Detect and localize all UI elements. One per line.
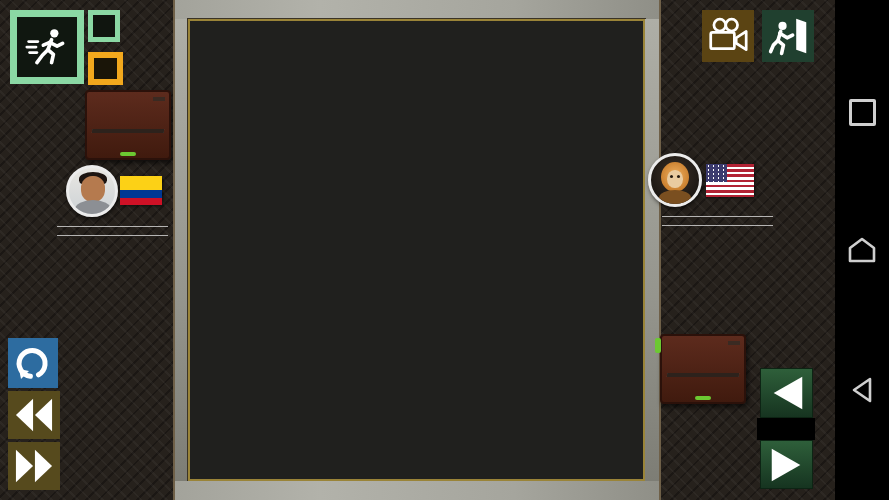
divider — [662, 225, 773, 226]
exit-game-button[interactable] — [762, 10, 814, 62]
rewind-button[interactable] — [8, 391, 60, 439]
chess-board — [173, 0, 661, 500]
android-recents-button[interactable] — [835, 82, 889, 142]
previous-move-icon — [766, 373, 808, 413]
usa-flag — [706, 164, 754, 197]
runner-icon — [25, 25, 69, 69]
fast-forward-button[interactable] — [8, 442, 60, 490]
video-camera-icon — [706, 16, 750, 56]
fast-forward-icon — [13, 447, 55, 485]
black-player-panel — [640, 148, 795, 230]
black-player-avatar[interactable] — [648, 153, 702, 207]
rewind-icon — [13, 396, 55, 434]
previous-move-button[interactable] — [760, 368, 813, 418]
board-ranks-right — [645, 19, 659, 481]
black-clock — [660, 334, 746, 404]
move-counter — [757, 418, 815, 440]
board-files-top — [175, 0, 659, 19]
rotate-board-button[interactable] — [8, 338, 58, 388]
black-clock-indicator — [695, 396, 711, 400]
speed-mode-button[interactable] — [10, 10, 84, 84]
rotate-icon — [13, 343, 53, 383]
white-player-avatar[interactable] — [66, 165, 118, 217]
next-move-button[interactable] — [760, 440, 813, 489]
white-clock-period — [153, 97, 165, 101]
white-clock-time — [92, 129, 164, 133]
white-clock — [85, 90, 171, 160]
colombia-flag — [120, 176, 162, 205]
home-icon — [846, 236, 878, 264]
android-navbar — [835, 0, 889, 500]
record-video-button[interactable] — [702, 10, 754, 62]
divider — [57, 226, 168, 227]
white-player-panel — [35, 160, 190, 240]
divider — [662, 216, 773, 217]
recents-icon — [849, 99, 876, 126]
black-clock-period — [728, 341, 740, 345]
divider — [57, 235, 168, 236]
black-clock-time — [667, 373, 739, 377]
orange-counter-badge — [88, 52, 123, 85]
exit-door-icon — [767, 15, 809, 57]
back-icon — [849, 376, 875, 404]
board-files-bottom — [175, 481, 659, 500]
app-screen — [0, 0, 889, 500]
android-back-button[interactable] — [835, 360, 889, 420]
white-clock-indicator — [120, 152, 136, 156]
green-counter-badge — [88, 10, 120, 42]
board-grid — [188, 19, 645, 481]
android-home-button[interactable] — [835, 220, 889, 280]
board-ranks-left — [175, 19, 188, 481]
black-clock-button — [655, 338, 661, 353]
next-move-icon — [766, 445, 808, 485]
